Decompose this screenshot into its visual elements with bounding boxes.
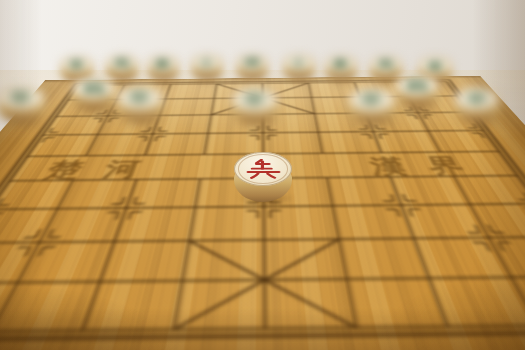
piece-character: 馬	[114, 59, 131, 69]
piece-black-advisor-right[interactable]: 士	[283, 54, 316, 80]
xiangqi-photo-scene: 楚河 漢界 車馬象士將士象馬車砲砲卒卒卒卒卒	[0, 0, 525, 350]
piece-top-face: 卒	[232, 88, 279, 113]
piece-character: 卒	[466, 92, 489, 106]
piece-top-face: 象	[325, 55, 358, 73]
piece-character: 砲	[83, 82, 105, 95]
piece-top-face: 車	[418, 56, 453, 75]
piece-character: 士	[199, 58, 216, 68]
piece-character: 砲	[406, 79, 428, 92]
piece-black-cannon-right[interactable]: 砲	[395, 74, 439, 108]
piece-black-soldier-1[interactable]: 卒	[0, 86, 45, 123]
piece-character: 象	[155, 59, 172, 69]
piece-character: 卒	[243, 93, 267, 107]
piece-top-face: 象	[147, 55, 180, 73]
piece-character: 車	[426, 60, 444, 71]
piece-top-face: 士	[283, 54, 316, 72]
soldier-character-glyph	[246, 159, 281, 180]
piece-black-soldier-2[interactable]: 卒	[117, 86, 164, 123]
piece-black-general[interactable]: 將	[236, 54, 269, 80]
piece-black-cannon-left[interactable]: 砲	[72, 77, 116, 111]
river-label-right: 漢界	[365, 154, 494, 179]
piece-black-elephant-left[interactable]: 象	[147, 55, 180, 81]
piece-black-elephant-right[interactable]: 象	[325, 55, 358, 81]
piece-top-face: 士	[191, 54, 224, 72]
piece-top-face: 將	[236, 54, 269, 72]
piece-character: 象	[333, 59, 350, 69]
piece-black-soldier-4[interactable]: 卒	[349, 88, 396, 125]
piece-top-face: 砲	[395, 74, 439, 97]
piece-top-face: 卒	[117, 86, 164, 111]
piece-character: 士	[291, 58, 308, 68]
piece-red-soldier-center[interactable]	[234, 152, 292, 202]
piece-character: 卒	[360, 93, 384, 107]
piece-character: 卒	[128, 91, 152, 105]
piece-top-face: 砲	[72, 77, 116, 100]
piece-character: 將	[244, 58, 261, 68]
piece-black-advisor-left[interactable]: 士	[191, 54, 224, 80]
piece-character: 卒	[9, 91, 33, 105]
river-label-left: 楚河	[38, 157, 166, 182]
piece-top-face: 卒	[349, 88, 396, 113]
piece-top-face	[234, 152, 292, 186]
piece-black-soldier-5[interactable]: 卒	[454, 87, 500, 123]
piece-black-soldier-3[interactable]: 卒	[232, 88, 279, 125]
piece-character: 馬	[378, 60, 395, 70]
piece-character: 車	[69, 60, 86, 70]
